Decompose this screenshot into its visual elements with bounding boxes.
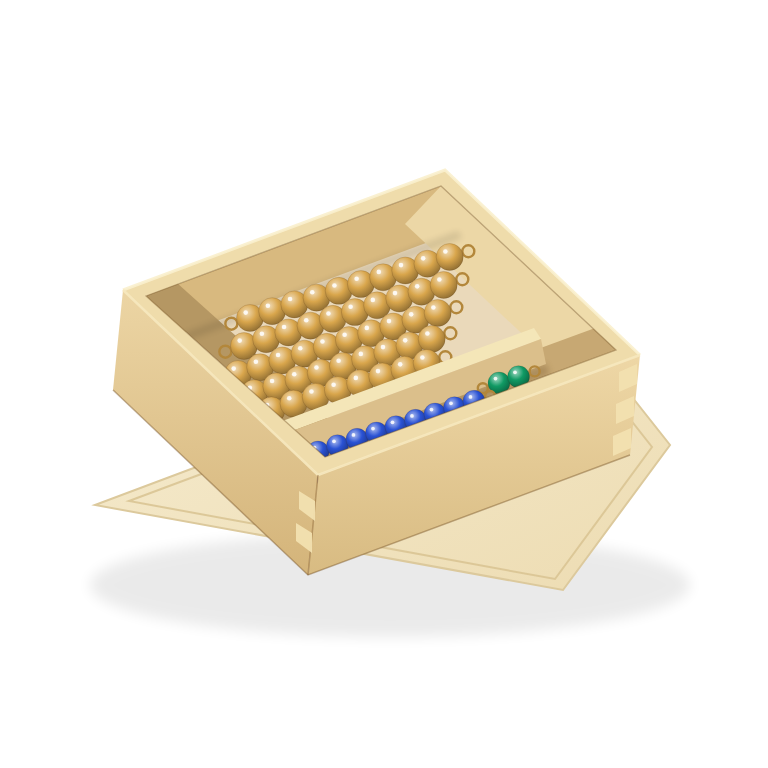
bead-highlight: [320, 339, 325, 344]
bead-highlight: [292, 372, 297, 377]
product-photo: [0, 0, 768, 768]
bead: [424, 299, 451, 326]
bead-highlight: [254, 360, 259, 365]
bead-highlight: [298, 346, 303, 351]
bead-highlight: [403, 338, 408, 343]
bead-highlight: [260, 332, 265, 337]
bead-highlight: [513, 370, 517, 374]
bead-highlight: [354, 276, 359, 281]
bead-highlight: [270, 379, 275, 384]
bead-highlight: [231, 366, 236, 371]
bead-highlight: [332, 283, 337, 288]
bead-highlight: [359, 352, 364, 357]
bead-highlight: [437, 277, 442, 282]
bead-highlight: [443, 249, 448, 254]
bead-highlight: [309, 389, 314, 394]
bead-highlight: [304, 318, 309, 323]
bead-highlight: [393, 291, 398, 296]
bead-highlight: [409, 312, 414, 317]
bead-highlight: [371, 427, 375, 431]
bead-highlight: [365, 326, 370, 331]
bead-highlight: [415, 284, 420, 289]
bead-box-scene: [0, 0, 768, 768]
bead-highlight: [314, 365, 319, 370]
bead-highlight: [431, 305, 436, 310]
bead-highlight: [449, 401, 453, 405]
bead-highlight: [410, 414, 414, 418]
bead-highlight: [237, 338, 242, 343]
bead: [418, 325, 445, 352]
bead-highlight: [376, 369, 381, 374]
bead: [430, 271, 457, 298]
bead-highlight: [266, 304, 271, 309]
bead-highlight: [352, 433, 356, 437]
bead-highlight: [354, 376, 359, 381]
bead-highlight: [276, 353, 281, 358]
bead-highlight: [425, 331, 430, 336]
bead-highlight: [387, 319, 392, 324]
bead-highlight: [430, 408, 434, 412]
bead-highlight: [421, 256, 426, 261]
bead-highlight: [310, 290, 315, 295]
bead-highlight: [348, 304, 353, 309]
bead-highlight: [288, 297, 293, 302]
bead: [436, 243, 463, 270]
bead-highlight: [287, 396, 292, 401]
bead-highlight: [371, 298, 376, 303]
bead-highlight: [282, 325, 287, 330]
bead-highlight: [494, 377, 498, 381]
bead-highlight: [469, 395, 473, 399]
bead-highlight: [326, 311, 331, 316]
bead-highlight: [332, 439, 336, 443]
bead-highlight: [243, 310, 248, 315]
bead-highlight: [342, 332, 347, 337]
bead-highlight: [336, 358, 341, 363]
bead-highlight: [399, 263, 404, 268]
bead-highlight: [391, 420, 395, 424]
bead-highlight: [377, 270, 382, 275]
bead-highlight: [420, 355, 425, 360]
bead-highlight: [331, 382, 336, 387]
bead-highlight: [381, 345, 386, 350]
bead-highlight: [398, 362, 403, 367]
